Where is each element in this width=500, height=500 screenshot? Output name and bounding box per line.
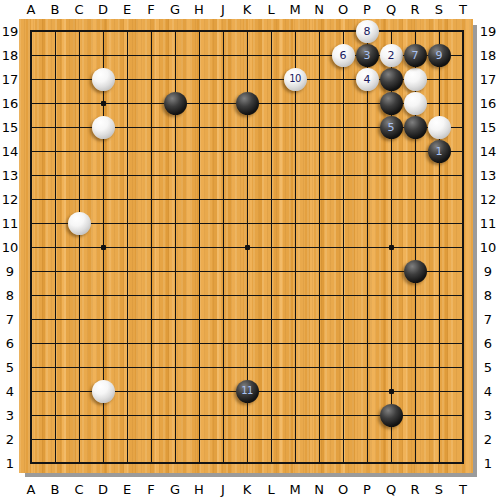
stone-black-Q17	[380, 68, 403, 91]
row-label-right-19: 19	[480, 25, 497, 38]
column-label-bottom-M: M	[289, 483, 300, 496]
column-label-top-G: G	[170, 3, 180, 16]
grid-line-vertical	[343, 30, 344, 464]
stone-white-S15	[428, 116, 451, 139]
grid-line-vertical	[295, 30, 296, 464]
grid-line-horizontal	[30, 295, 464, 296]
column-label-top-H: H	[194, 3, 204, 16]
stone-black-R9	[404, 260, 427, 283]
column-label-bottom-N: N	[314, 483, 324, 496]
row-label-left-11: 11	[2, 217, 19, 230]
column-label-bottom-Q: Q	[386, 483, 396, 496]
column-label-bottom-L: L	[267, 483, 274, 496]
grid-line-vertical	[367, 30, 368, 464]
star-point	[101, 245, 106, 250]
star-point	[389, 389, 394, 394]
row-label-left-18: 18	[2, 49, 19, 62]
row-label-right-5: 5	[484, 361, 492, 374]
move-number: 3	[364, 50, 371, 61]
column-label-top-L: L	[267, 3, 274, 16]
column-label-top-B: B	[51, 3, 60, 16]
row-label-left-16: 16	[2, 97, 19, 110]
stone-white-Q18-move-2: 2	[380, 44, 403, 67]
column-label-top-D: D	[98, 3, 108, 16]
stone-black-G16	[164, 92, 187, 115]
move-number: 5	[388, 122, 395, 133]
column-label-top-Q: Q	[386, 3, 396, 16]
row-label-left-6: 6	[6, 337, 14, 350]
grid-line-horizontal	[30, 271, 464, 272]
stone-white-D4	[92, 380, 115, 403]
row-label-right-16: 16	[480, 97, 497, 110]
row-label-left-15: 15	[2, 121, 19, 134]
column-label-bottom-D: D	[98, 483, 108, 496]
column-label-bottom-B: B	[51, 483, 60, 496]
stone-white-C11	[68, 212, 91, 235]
move-number: 10	[289, 74, 301, 84]
row-label-right-10: 10	[480, 241, 497, 254]
star-point	[245, 245, 250, 250]
column-label-bottom-E: E	[123, 483, 131, 496]
move-number: 4	[364, 74, 371, 85]
stone-black-S18-move-9: 9	[428, 44, 451, 67]
stone-white-R17	[404, 68, 427, 91]
move-number: 1	[436, 146, 443, 157]
row-label-right-4: 4	[484, 385, 492, 398]
column-label-bottom-T: T	[459, 483, 467, 496]
move-number: 6	[340, 50, 347, 61]
go-board[interactable]: 1234567891011	[19, 19, 473, 473]
grid-line-vertical	[462, 30, 464, 464]
stone-black-K16	[236, 92, 259, 115]
move-number: 2	[388, 50, 395, 61]
column-label-top-C: C	[74, 3, 83, 16]
column-label-bottom-O: O	[338, 483, 348, 496]
row-label-right-7: 7	[484, 313, 492, 326]
row-label-left-9: 9	[6, 265, 14, 278]
stone-black-K4-move-11: 11	[236, 380, 259, 403]
row-label-left-10: 10	[2, 241, 19, 254]
row-label-left-4: 4	[6, 385, 14, 398]
row-label-right-8: 8	[484, 289, 492, 302]
column-label-top-K: K	[243, 3, 252, 16]
column-label-top-T: T	[459, 3, 467, 16]
column-label-top-M: M	[289, 3, 300, 16]
move-number: 11	[241, 386, 253, 396]
grid-line-horizontal	[30, 462, 464, 464]
row-label-right-12: 12	[480, 193, 497, 206]
column-label-bottom-S: S	[435, 483, 443, 496]
stone-black-S14-move-1: 1	[428, 140, 451, 163]
row-label-right-18: 18	[480, 49, 497, 62]
column-label-bottom-R: R	[410, 483, 419, 496]
grid-line-vertical	[271, 30, 272, 464]
stone-black-R18-move-7: 7	[404, 44, 427, 67]
row-label-right-15: 15	[480, 121, 497, 134]
row-label-left-17: 17	[2, 73, 19, 86]
row-label-left-3: 3	[6, 409, 14, 422]
stone-black-P18-move-3: 3	[356, 44, 379, 67]
column-label-top-E: E	[123, 3, 131, 16]
move-number: 9	[436, 50, 443, 61]
row-label-left-2: 2	[6, 433, 14, 446]
column-label-top-F: F	[147, 3, 154, 16]
grid-line-vertical	[319, 30, 320, 464]
row-label-right-11: 11	[480, 217, 497, 230]
column-label-bottom-H: H	[194, 483, 204, 496]
row-label-left-19: 19	[2, 25, 19, 38]
column-label-top-N: N	[314, 3, 324, 16]
grid-line-horizontal	[30, 367, 464, 368]
row-label-right-9: 9	[484, 265, 492, 278]
column-label-bottom-P: P	[363, 483, 371, 496]
grid-line-horizontal	[30, 319, 464, 320]
column-label-top-A: A	[27, 3, 36, 16]
stone-black-Q16	[380, 92, 403, 115]
go-diagram-page: 1234567891011 ABCDEFGHJKLMNOPQRST ABCDEF…	[0, 0, 500, 500]
stone-white-M17-move-10: 10	[284, 68, 307, 91]
stone-black-R15	[404, 116, 427, 139]
stone-white-O18-move-6: 6	[332, 44, 355, 67]
row-label-left-14: 14	[2, 145, 19, 158]
column-label-bottom-A: A	[27, 483, 36, 496]
row-label-right-13: 13	[480, 169, 497, 182]
stone-white-R16	[404, 92, 427, 115]
column-label-bottom-J: J	[221, 483, 225, 496]
row-label-left-13: 13	[2, 169, 19, 182]
row-label-right-2: 2	[484, 433, 492, 446]
stone-white-D15	[92, 116, 115, 139]
column-label-bottom-C: C	[74, 483, 83, 496]
row-label-left-7: 7	[6, 313, 14, 326]
star-point	[389, 245, 394, 250]
column-label-bottom-G: G	[170, 483, 180, 496]
column-label-top-J: J	[221, 3, 225, 16]
row-label-right-17: 17	[480, 73, 497, 86]
move-number: 8	[364, 26, 371, 37]
column-label-bottom-K: K	[243, 483, 252, 496]
row-label-right-3: 3	[484, 409, 492, 422]
column-label-top-P: P	[363, 3, 371, 16]
row-label-left-1: 1	[6, 457, 14, 470]
row-label-left-12: 12	[2, 193, 19, 206]
grid-line-vertical	[439, 30, 440, 464]
column-label-bottom-F: F	[147, 483, 154, 496]
row-label-right-14: 14	[480, 145, 497, 158]
stone-black-Q15-move-5: 5	[380, 116, 403, 139]
column-label-top-S: S	[435, 3, 443, 16]
grid-line-horizontal	[30, 343, 464, 344]
stone-white-P17-move-4: 4	[356, 68, 379, 91]
stone-white-P19-move-8: 8	[356, 20, 379, 43]
row-label-left-8: 8	[6, 289, 14, 302]
row-label-right-1: 1	[484, 457, 492, 470]
move-number: 7	[412, 50, 419, 61]
column-label-top-R: R	[410, 3, 419, 16]
row-label-left-5: 5	[6, 361, 14, 374]
stone-white-D17	[92, 68, 115, 91]
grid-line-horizontal	[30, 439, 464, 440]
star-point	[101, 101, 106, 106]
column-label-top-O: O	[338, 3, 348, 16]
stone-black-Q3	[380, 404, 403, 427]
row-label-right-6: 6	[484, 337, 492, 350]
